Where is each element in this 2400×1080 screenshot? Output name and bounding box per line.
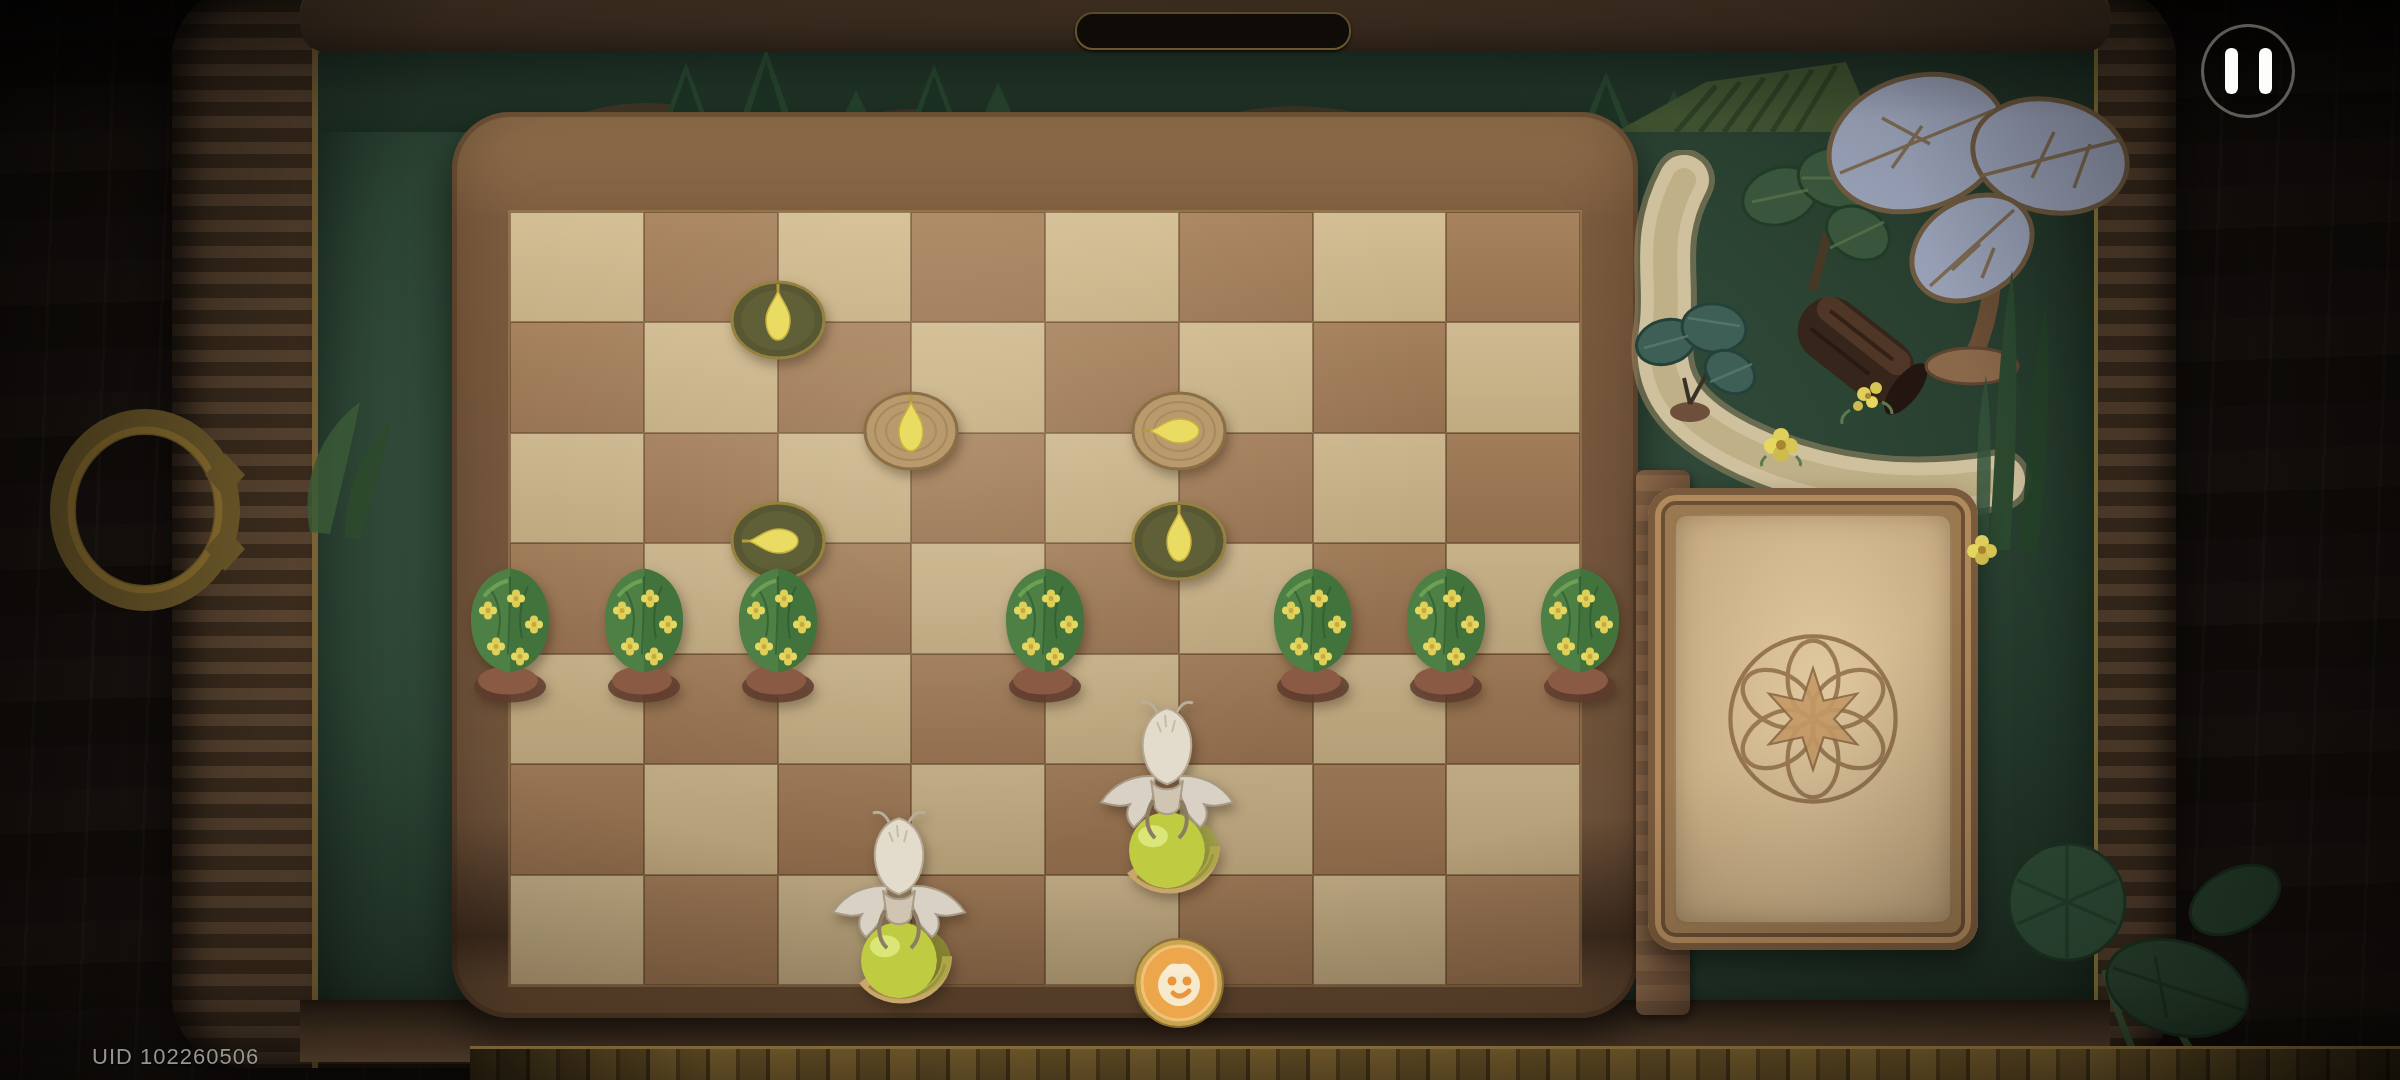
- bush-obstacle-g5: [1253, 558, 1373, 712]
- bush-obstacle-e5: [985, 558, 1105, 712]
- board-cell: [1446, 764, 1580, 874]
- bronze-ring-handle-icon: [40, 405, 260, 620]
- board-cell: [1313, 322, 1447, 432]
- bush-obstacle-h5: [1386, 558, 1506, 712]
- board-cell: [644, 764, 778, 874]
- moth-piece-f7[interactable]: [1097, 700, 1237, 914]
- bush-obstacle-b5: [584, 558, 704, 712]
- ornate-gold-edge: [470, 1046, 2400, 1080]
- rosette-emblem-icon: [1723, 629, 1903, 809]
- bush-obstacle-c5: [718, 558, 838, 712]
- emblem-card: [1674, 514, 1952, 924]
- board-cell: [1446, 322, 1580, 432]
- tray-handle-slot: [1075, 12, 1351, 50]
- board-cell: [1179, 212, 1313, 322]
- board-cell: [1446, 433, 1580, 543]
- corner-leaf-plant-icon: [1995, 820, 2285, 1080]
- yellow-flower-icon: [1962, 530, 2002, 570]
- board-cell: [1446, 212, 1580, 322]
- pause-icon: [2225, 48, 2238, 94]
- card-tray: [1648, 488, 1978, 950]
- backdrop-frond-icon: [290, 392, 400, 542]
- grass-blades-icon: [1968, 215, 2078, 555]
- pause-button[interactable]: [2201, 24, 2295, 118]
- board-cell: [1313, 212, 1447, 322]
- board-cell: [644, 875, 778, 985]
- board-cell: [1313, 875, 1447, 985]
- board-cell: [911, 212, 1045, 322]
- target-disc-f3: [1129, 387, 1229, 479]
- yellow-flower-icon: [1758, 422, 1804, 468]
- board-cell: [510, 764, 644, 874]
- board-cell: [1045, 212, 1179, 322]
- pause-icon: [2259, 48, 2272, 94]
- target-disc-c2: [728, 276, 828, 368]
- board-cell: [1313, 433, 1447, 543]
- bush-obstacle-a5: [450, 558, 570, 712]
- board-cell: [1313, 764, 1447, 874]
- bush-obstacle-i5: [1520, 558, 1640, 712]
- target-disc-f4: [1129, 497, 1229, 589]
- coin-token-f8[interactable]: [1133, 937, 1225, 1033]
- moth-piece-d8[interactable]: [829, 810, 969, 1024]
- board-cell: [510, 875, 644, 985]
- teal-plant-icon: [1628, 292, 1768, 432]
- board-cell: [510, 322, 644, 432]
- board-cell: [510, 433, 644, 543]
- board-cell: [1446, 875, 1580, 985]
- uid-label: UID 102260506: [92, 1044, 259, 1070]
- game-stage: UID 102260506: [0, 0, 2400, 1080]
- board-cell: [510, 212, 644, 322]
- target-disc-d3: [861, 387, 961, 479]
